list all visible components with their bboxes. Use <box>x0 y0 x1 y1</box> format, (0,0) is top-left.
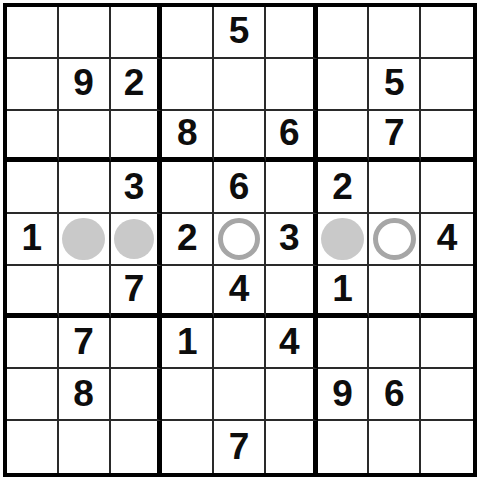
sudoku-cell-r8c1[interactable] <box>7 369 59 421</box>
sudoku-cell-r7c4[interactable]: 1 <box>162 318 214 370</box>
sudoku-cell-r2c8[interactable]: 5 <box>369 59 421 111</box>
sudoku-board-wrapper: 592586736212347417148967 <box>0 0 480 480</box>
given-digit: 7 <box>73 323 94 360</box>
given-digit: 1 <box>22 219 43 256</box>
sudoku-cell-r1c2[interactable] <box>59 7 111 59</box>
sudoku-cell-r6c2[interactable] <box>59 266 111 318</box>
filled-circle-mark <box>114 219 154 259</box>
sudoku-cell-r2c4[interactable] <box>162 59 214 111</box>
sudoku-cell-r2c6[interactable] <box>266 59 318 111</box>
sudoku-cell-r8c4[interactable] <box>162 369 214 421</box>
sudoku-cell-r9c3[interactable] <box>111 421 163 473</box>
sudoku-cell-r5c7[interactable] <box>318 214 370 266</box>
sudoku-cell-r4c7[interactable]: 2 <box>318 162 370 214</box>
outlined-circle-mark <box>373 218 416 261</box>
given-digit: 1 <box>332 270 353 307</box>
sudoku-cell-r4c6[interactable] <box>266 162 318 214</box>
sudoku-cell-r8c5[interactable] <box>214 369 266 421</box>
sudoku-cell-r7c1[interactable] <box>7 318 59 370</box>
sudoku-cell-r3c4[interactable]: 8 <box>162 111 214 163</box>
sudoku-cell-r8c3[interactable] <box>111 369 163 421</box>
filled-circle-mark <box>321 218 364 261</box>
sudoku-cell-r6c9[interactable] <box>421 266 473 318</box>
given-digit: 6 <box>279 114 300 151</box>
sudoku-cell-r3c8[interactable]: 7 <box>369 111 421 163</box>
sudoku-cell-r5c2[interactable] <box>59 214 111 266</box>
given-digit: 6 <box>229 168 250 205</box>
sudoku-cell-r9c6[interactable] <box>266 421 318 473</box>
given-digit: 4 <box>437 219 458 256</box>
sudoku-cell-r6c7[interactable]: 1 <box>318 266 370 318</box>
sudoku-cell-r1c7[interactable] <box>318 7 370 59</box>
sudoku-cell-r4c4[interactable] <box>162 162 214 214</box>
given-digit: 5 <box>384 64 405 101</box>
sudoku-cell-r2c5[interactable] <box>214 59 266 111</box>
sudoku-cell-r6c5[interactable]: 4 <box>214 266 266 318</box>
sudoku-cell-r2c3[interactable]: 2 <box>111 59 163 111</box>
sudoku-cell-r9c8[interactable] <box>369 421 421 473</box>
sudoku-cell-r3c6[interactable]: 6 <box>266 111 318 163</box>
sudoku-cell-r3c7[interactable] <box>318 111 370 163</box>
sudoku-cell-r5c8[interactable] <box>369 214 421 266</box>
sudoku-cell-r1c4[interactable] <box>162 7 214 59</box>
sudoku-cell-r6c3[interactable]: 7 <box>111 266 163 318</box>
sudoku-cell-r5c4[interactable]: 2 <box>162 214 214 266</box>
given-digit: 7 <box>384 114 405 151</box>
sudoku-cell-r2c1[interactable] <box>7 59 59 111</box>
sudoku-cell-r4c3[interactable]: 3 <box>111 162 163 214</box>
sudoku-cell-r8c9[interactable] <box>421 369 473 421</box>
given-digit: 5 <box>229 12 250 49</box>
sudoku-cell-r7c9[interactable] <box>421 318 473 370</box>
given-digit: 4 <box>279 323 300 360</box>
sudoku-cell-r1c5[interactable]: 5 <box>214 7 266 59</box>
sudoku-cell-r1c9[interactable] <box>421 7 473 59</box>
sudoku-cell-r7c7[interactable] <box>318 318 370 370</box>
sudoku-cell-r3c2[interactable] <box>59 111 111 163</box>
sudoku-cell-r8c8[interactable]: 6 <box>369 369 421 421</box>
given-digit: 2 <box>332 168 353 205</box>
sudoku-cell-r3c3[interactable] <box>111 111 163 163</box>
given-digit: 3 <box>124 168 145 205</box>
given-digit: 4 <box>229 270 250 307</box>
sudoku-cell-r5c5[interactable] <box>214 214 266 266</box>
sudoku-board: 592586736212347417148967 <box>3 3 477 477</box>
sudoku-cell-r5c9[interactable]: 4 <box>421 214 473 266</box>
sudoku-cell-r9c5[interactable]: 7 <box>214 421 266 473</box>
given-digit: 1 <box>177 323 198 360</box>
given-digit: 8 <box>73 375 94 412</box>
given-digit: 7 <box>229 428 250 465</box>
sudoku-cell-r7c6[interactable]: 4 <box>266 318 318 370</box>
sudoku-cell-r1c3[interactable] <box>111 7 163 59</box>
sudoku-cell-r9c2[interactable] <box>59 421 111 473</box>
sudoku-cell-r9c9[interactable] <box>421 421 473 473</box>
outlined-circle-mark <box>218 218 261 261</box>
sudoku-cell-r7c8[interactable] <box>369 318 421 370</box>
given-digit: 7 <box>124 270 145 307</box>
given-digit: 3 <box>279 219 300 256</box>
sudoku-cell-r7c3[interactable] <box>111 318 163 370</box>
sudoku-cell-r2c2[interactable]: 9 <box>59 59 111 111</box>
sudoku-cell-r4c5[interactable]: 6 <box>214 162 266 214</box>
sudoku-cell-r3c9[interactable] <box>421 111 473 163</box>
sudoku-cell-r4c1[interactable] <box>7 162 59 214</box>
sudoku-cell-r6c6[interactable] <box>266 266 318 318</box>
sudoku-cell-r9c1[interactable] <box>7 421 59 473</box>
sudoku-cell-r9c7[interactable] <box>318 421 370 473</box>
sudoku-cell-r7c2[interactable]: 7 <box>59 318 111 370</box>
sudoku-cell-r2c7[interactable] <box>318 59 370 111</box>
given-digit: 8 <box>177 114 198 151</box>
sudoku-cell-r3c1[interactable] <box>7 111 59 163</box>
sudoku-cell-r4c2[interactable] <box>59 162 111 214</box>
sudoku-cell-r8c2[interactable]: 8 <box>59 369 111 421</box>
given-digit: 2 <box>124 64 145 101</box>
sudoku-cell-r4c8[interactable] <box>369 162 421 214</box>
given-digit: 9 <box>73 64 94 101</box>
sudoku-cell-r2c9[interactable] <box>421 59 473 111</box>
sudoku-cell-r5c1[interactable]: 1 <box>7 214 59 266</box>
sudoku-cell-r6c8[interactable] <box>369 266 421 318</box>
given-digit: 2 <box>177 219 198 256</box>
given-digit: 6 <box>384 375 405 412</box>
sudoku-cell-r8c7[interactable]: 9 <box>318 369 370 421</box>
sudoku-cell-r6c4[interactable] <box>162 266 214 318</box>
given-digit: 9 <box>332 375 353 412</box>
sudoku-cell-r8c6[interactable] <box>266 369 318 421</box>
filled-circle-mark <box>62 218 105 261</box>
sudoku-cell-r1c8[interactable] <box>369 7 421 59</box>
sudoku-cell-r1c1[interactable] <box>7 7 59 59</box>
sudoku-cell-r9c4[interactable] <box>162 421 214 473</box>
sudoku-cell-r1c6[interactable] <box>266 7 318 59</box>
sudoku-cell-r5c3[interactable] <box>111 214 163 266</box>
sudoku-cell-r6c1[interactable] <box>7 266 59 318</box>
sudoku-cell-r3c5[interactable] <box>214 111 266 163</box>
sudoku-cell-r7c5[interactable] <box>214 318 266 370</box>
sudoku-cell-r4c9[interactable] <box>421 162 473 214</box>
sudoku-cell-r5c6[interactable]: 3 <box>266 214 318 266</box>
